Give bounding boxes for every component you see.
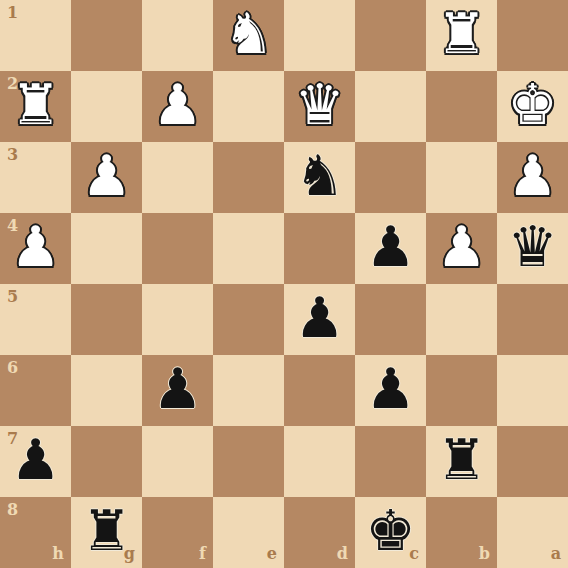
square-c3[interactable] [355,142,426,213]
file-label-d: d [337,546,348,562]
square-a5[interactable] [497,284,568,355]
square-c6[interactable]: ♟ [355,355,426,426]
square-e7[interactable] [213,426,284,497]
square-a8[interactable]: a [497,497,568,568]
square-g4[interactable] [71,213,142,284]
square-g5[interactable] [71,284,142,355]
square-a2[interactable]: ♚ [497,71,568,142]
file-label-a: a [551,546,561,562]
square-f1[interactable] [142,0,213,71]
square-c2[interactable] [355,71,426,142]
square-c5[interactable] [355,284,426,355]
square-g8[interactable]: ♜g [71,497,142,568]
square-h5[interactable]: 5 [0,284,71,355]
square-g2[interactable] [71,71,142,142]
black-pawn-c6[interactable]: ♟ [355,355,426,426]
square-c1[interactable] [355,0,426,71]
square-e2[interactable] [213,71,284,142]
square-a1[interactable] [497,0,568,71]
black-pawn-c4[interactable]: ♟ [355,213,426,284]
square-b3[interactable] [426,142,497,213]
square-h3[interactable]: 3 [0,142,71,213]
white-pawn-g3[interactable]: ♟ [71,142,142,213]
square-h8[interactable]: 8h [0,497,71,568]
file-label-h: h [52,546,64,562]
square-f7[interactable] [142,426,213,497]
square-b2[interactable] [426,71,497,142]
square-d3[interactable]: ♞ [284,142,355,213]
white-pawn-h4[interactable]: ♟ [0,213,71,284]
square-h7[interactable]: ♟7 [0,426,71,497]
square-f8[interactable]: f [142,497,213,568]
square-e1[interactable]: ♞ [213,0,284,71]
square-e6[interactable] [213,355,284,426]
square-d1[interactable] [284,0,355,71]
square-c7[interactable] [355,426,426,497]
square-b6[interactable] [426,355,497,426]
square-h1[interactable]: 1 [0,0,71,71]
square-b7[interactable]: ♜ [426,426,497,497]
square-c8[interactable]: ♚c [355,497,426,568]
black-rook-b7[interactable]: ♜ [426,426,497,497]
black-knight-d3[interactable]: ♞ [284,142,355,213]
square-d2[interactable]: ♛ [284,71,355,142]
rank-label-1: 1 [7,5,18,21]
square-g1[interactable] [71,0,142,71]
white-rook-b1[interactable]: ♜ [426,0,497,71]
square-f3[interactable] [142,142,213,213]
square-d8[interactable]: d [284,497,355,568]
square-a3[interactable]: ♟ [497,142,568,213]
rank-label-6: 6 [7,360,18,376]
rank-label-3: 3 [7,147,18,163]
square-e5[interactable] [213,284,284,355]
black-queen-a4[interactable]: ♛ [497,213,568,284]
square-a6[interactable] [497,355,568,426]
square-d6[interactable] [284,355,355,426]
rank-label-8: 8 [7,502,18,518]
white-queen-d2[interactable]: ♛ [284,71,355,142]
black-pawn-f6[interactable]: ♟ [142,355,213,426]
rank-label-5: 5 [7,289,18,305]
square-a7[interactable] [497,426,568,497]
square-e3[interactable] [213,142,284,213]
square-b1[interactable]: ♜ [426,0,497,71]
square-f5[interactable] [142,284,213,355]
square-h4[interactable]: ♟4 [0,213,71,284]
square-a4[interactable]: ♛ [497,213,568,284]
square-b5[interactable] [426,284,497,355]
white-pawn-a3[interactable]: ♟ [497,142,568,213]
black-pawn-d5[interactable]: ♟ [284,284,355,355]
square-d7[interactable] [284,426,355,497]
white-pawn-b4[interactable]: ♟ [426,213,497,284]
square-h6[interactable]: 6 [0,355,71,426]
square-c4[interactable]: ♟ [355,213,426,284]
file-label-b: b [479,546,490,562]
square-b8[interactable]: b [426,497,497,568]
square-f2[interactable]: ♟ [142,71,213,142]
square-d5[interactable]: ♟ [284,284,355,355]
black-pawn-h7[interactable]: ♟ [0,426,71,497]
white-knight-e1[interactable]: ♞ [213,0,284,71]
square-b4[interactable]: ♟ [426,213,497,284]
black-king-c8[interactable]: ♚ [355,497,426,568]
black-rook-g8[interactable]: ♜ [71,497,142,568]
white-pawn-f2[interactable]: ♟ [142,71,213,142]
white-rook-h2[interactable]: ♜ [0,71,71,142]
square-g6[interactable] [71,355,142,426]
square-g7[interactable] [71,426,142,497]
square-f4[interactable] [142,213,213,284]
square-f6[interactable]: ♟ [142,355,213,426]
square-d4[interactable] [284,213,355,284]
square-g3[interactable]: ♟ [71,142,142,213]
square-e4[interactable] [213,213,284,284]
file-label-e: e [267,546,277,562]
chess-board: 1♞♜♜2♟♛♚3♟♞♟♟4♟♟♛5♟6♟♟♟7♜8h♜gfed♚cba [0,0,568,568]
file-label-f: f [199,546,206,562]
square-h2[interactable]: ♜2 [0,71,71,142]
white-king-a2[interactable]: ♚ [497,71,568,142]
square-e8[interactable]: e [213,497,284,568]
